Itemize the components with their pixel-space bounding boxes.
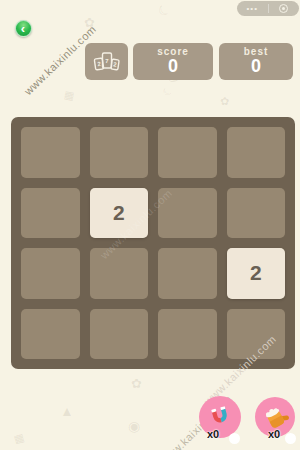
- tiles-button[interactable]: 2 7 2: [85, 43, 128, 80]
- back-button[interactable]: ‹: [15, 20, 32, 37]
- cell-r3c2: [90, 248, 149, 299]
- svg-text:7: 7: [105, 58, 109, 64]
- board[interactable]: 22: [11, 117, 295, 369]
- honey-jar-count: x0: [268, 428, 280, 440]
- cell-r4c1: [21, 309, 80, 360]
- magnet-count: x0: [207, 428, 219, 440]
- best-box: best 0: [219, 43, 293, 80]
- home-icon: [279, 4, 288, 13]
- cell-r1c2: [90, 127, 149, 178]
- cell-r2c3: [158, 188, 217, 239]
- svg-text:2: 2: [113, 61, 118, 67]
- score-box: score 0: [133, 43, 213, 80]
- best-value: 0: [219, 57, 293, 76]
- cell-r4c2: [90, 309, 149, 360]
- tile-2: 2: [90, 188, 149, 239]
- wechat-capsule: •••: [237, 1, 299, 16]
- smiley-icon: ◉: [128, 419, 140, 433]
- cell-r1c1: [21, 127, 80, 178]
- crescent-icon: ☾: [161, 84, 176, 99]
- cell-r2c4: [227, 188, 286, 239]
- cell-r3c3: [158, 248, 217, 299]
- cell-r2c1: [21, 188, 80, 239]
- cell-r4c4: [227, 309, 286, 360]
- flower-icon: ✿: [84, 16, 95, 29]
- honey-jar-icon: [262, 405, 289, 430]
- more-icon[interactable]: •••: [237, 1, 268, 16]
- mountain-icon: ▲: [60, 404, 74, 418]
- grapes-icon: ✿: [220, 96, 229, 107]
- tile-2: 2: [227, 248, 286, 299]
- magnet-icon: [208, 405, 233, 430]
- game-screen: ✿☾☾☾▦✿❖▲✿◉▦ www.kaixinlu.com 22 www.kaix…: [0, 0, 300, 450]
- cell-r1c3: [158, 127, 217, 178]
- leaf-icon: ☾: [155, 1, 173, 20]
- tiles-icon: ▦: [63, 89, 75, 102]
- cell-r1c4: [227, 127, 286, 178]
- flower-icon: ✿: [131, 377, 142, 390]
- cell-r3c1: [21, 248, 80, 299]
- svg-text:2: 2: [97, 60, 102, 66]
- home-button[interactable]: [269, 4, 300, 13]
- cell-r3c4: 2: [227, 248, 286, 299]
- chevron-left-icon: ‹: [21, 22, 25, 35]
- number-tiles-icon: 2 7 2: [93, 50, 120, 74]
- tiles-icon: ▦: [13, 432, 26, 445]
- cell-r2c2: 2: [90, 188, 149, 239]
- honey-jar-badge: [285, 433, 296, 444]
- magnet-badge: [229, 433, 240, 444]
- score-value: 0: [133, 57, 213, 76]
- magnet-powerup-button[interactable]: [199, 396, 241, 438]
- cell-r4c3: [158, 309, 217, 360]
